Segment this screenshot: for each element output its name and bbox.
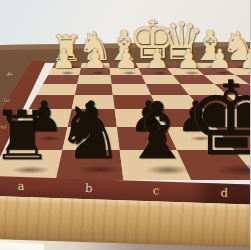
piece-shadow bbox=[142, 136, 166, 141]
piece-shadow bbox=[189, 136, 213, 141]
piece-shadow bbox=[145, 165, 191, 174]
piece-shadow bbox=[184, 71, 199, 74]
piece-shadow bbox=[37, 136, 61, 141]
piece-shadow bbox=[60, 71, 75, 74]
piece-shadow bbox=[122, 71, 137, 74]
piece-shadow bbox=[247, 71, 251, 74]
board-bottom-rail: abcd bbox=[0, 176, 250, 250]
file-label-a: a bbox=[17, 179, 24, 193]
chessboard-photo: ♜♞♝♚♛♝♞♜♟♟♟♟♟♟♟♟♟♟♟♟♜♞♝♚♛ abcd 432 bbox=[0, 0, 250, 250]
piece-shadow bbox=[84, 136, 108, 141]
table-highlight bbox=[0, 242, 44, 250]
piece-shadow bbox=[153, 71, 168, 74]
piece-shadow bbox=[91, 71, 106, 74]
beech-outer-frame bbox=[0, 196, 250, 248]
file-label-b: b bbox=[85, 181, 93, 195]
piece-shadow bbox=[215, 71, 230, 74]
file-label-c: c bbox=[153, 183, 160, 197]
piece-shadow bbox=[173, 64, 203, 70]
file-label-d: d bbox=[220, 185, 228, 199]
